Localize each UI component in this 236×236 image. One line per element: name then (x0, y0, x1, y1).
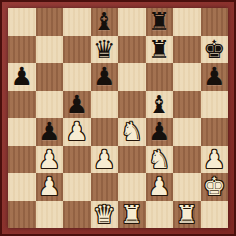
square-a3[interactable] (8, 146, 36, 174)
piece-black-pawn: ♟ (11, 63, 33, 90)
piece-black-pawn: ♟ (93, 63, 115, 90)
piece-black-queen: ♛ (93, 36, 115, 63)
piece-black-pawn: ♟ (203, 63, 225, 90)
square-d5[interactable] (91, 91, 119, 119)
square-g7[interactable] (173, 36, 201, 64)
square-d3[interactable]: ♟ (91, 146, 119, 174)
square-e6[interactable] (118, 63, 146, 91)
square-c5[interactable]: ♟ (63, 91, 91, 119)
square-b1[interactable] (36, 201, 64, 229)
square-h4[interactable] (201, 118, 229, 146)
square-g6[interactable] (173, 63, 201, 91)
board-frame: ♝♜♛♜♚♟♟♟♟♝♟♟♞♟♟♟♞♟♟♟♚♛♜♜ (0, 0, 236, 236)
square-b7[interactable] (36, 36, 64, 64)
piece-black-pawn: ♟ (38, 118, 60, 145)
square-d8[interactable]: ♝ (91, 8, 119, 36)
square-a5[interactable] (8, 91, 36, 119)
square-f8[interactable]: ♜ (146, 8, 174, 36)
square-e2[interactable] (118, 173, 146, 201)
piece-white-king: ♚ (203, 173, 225, 200)
piece-white-pawn: ♟ (66, 118, 88, 145)
square-d2[interactable] (91, 173, 119, 201)
piece-white-pawn: ♟ (93, 146, 115, 173)
square-g1[interactable]: ♜ (173, 201, 201, 229)
square-b2[interactable]: ♟ (36, 173, 64, 201)
square-c4[interactable]: ♟ (63, 118, 91, 146)
square-g8[interactable] (173, 8, 201, 36)
square-b6[interactable] (36, 63, 64, 91)
square-e1[interactable]: ♜ (118, 201, 146, 229)
square-h5[interactable] (201, 91, 229, 119)
square-c2[interactable] (63, 173, 91, 201)
chess-board: ♝♜♛♜♚♟♟♟♟♝♟♟♞♟♟♟♞♟♟♟♚♛♜♜ (8, 8, 228, 228)
square-g3[interactable] (173, 146, 201, 174)
square-f5[interactable]: ♝ (146, 91, 174, 119)
square-c7[interactable] (63, 36, 91, 64)
square-c3[interactable] (63, 146, 91, 174)
piece-black-rook: ♜ (148, 8, 170, 35)
square-b8[interactable] (36, 8, 64, 36)
square-e7[interactable] (118, 36, 146, 64)
square-b5[interactable] (36, 91, 64, 119)
square-g5[interactable] (173, 91, 201, 119)
square-e4[interactable]: ♞ (118, 118, 146, 146)
square-f4[interactable]: ♟ (146, 118, 174, 146)
square-c1[interactable] (63, 201, 91, 229)
square-g4[interactable] (173, 118, 201, 146)
square-e8[interactable] (118, 8, 146, 36)
square-e5[interactable] (118, 91, 146, 119)
square-h8[interactable] (201, 8, 229, 36)
square-a6[interactable]: ♟ (8, 63, 36, 91)
square-e3[interactable] (118, 146, 146, 174)
square-d7[interactable]: ♛ (91, 36, 119, 64)
piece-white-pawn: ♟ (38, 146, 60, 173)
piece-white-pawn: ♟ (203, 146, 225, 173)
square-g2[interactable] (173, 173, 201, 201)
square-d1[interactable]: ♛ (91, 201, 119, 229)
piece-black-bishop: ♝ (148, 91, 170, 118)
piece-black-pawn: ♟ (66, 91, 88, 118)
square-h3[interactable]: ♟ (201, 146, 229, 174)
square-c8[interactable] (63, 8, 91, 36)
piece-white-pawn: ♟ (148, 173, 170, 200)
square-h6[interactable]: ♟ (201, 63, 229, 91)
square-a7[interactable] (8, 36, 36, 64)
piece-black-rook: ♜ (148, 36, 170, 63)
square-h2[interactable]: ♚ (201, 173, 229, 201)
square-b3[interactable]: ♟ (36, 146, 64, 174)
square-d4[interactable] (91, 118, 119, 146)
square-d6[interactable]: ♟ (91, 63, 119, 91)
piece-white-queen: ♛ (93, 201, 115, 228)
square-h7[interactable]: ♚ (201, 36, 229, 64)
square-b4[interactable]: ♟ (36, 118, 64, 146)
square-f2[interactable]: ♟ (146, 173, 174, 201)
square-a4[interactable] (8, 118, 36, 146)
square-a1[interactable] (8, 201, 36, 229)
piece-white-rook: ♜ (121, 201, 143, 228)
piece-black-king: ♚ (203, 36, 225, 63)
piece-white-pawn: ♟ (38, 173, 60, 200)
square-f1[interactable] (146, 201, 174, 229)
square-c6[interactable] (63, 63, 91, 91)
piece-white-rook: ♜ (176, 201, 198, 228)
piece-white-knight: ♞ (148, 146, 170, 173)
piece-white-knight: ♞ (121, 118, 143, 145)
square-f6[interactable] (146, 63, 174, 91)
square-a2[interactable] (8, 173, 36, 201)
piece-black-bishop: ♝ (93, 8, 115, 35)
square-h1[interactable] (201, 201, 229, 229)
square-a8[interactable] (8, 8, 36, 36)
piece-black-pawn: ♟ (148, 118, 170, 145)
square-f7[interactable]: ♜ (146, 36, 174, 64)
square-f3[interactable]: ♞ (146, 146, 174, 174)
